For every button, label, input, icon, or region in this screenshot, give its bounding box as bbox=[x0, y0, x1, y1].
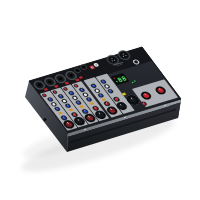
mixer-product-photo: 88 bbox=[0, 0, 200, 200]
trim-screw bbox=[124, 117, 126, 119]
trim-screw bbox=[84, 129, 86, 131]
trim-screw bbox=[164, 105, 166, 107]
headphone-jack-hole bbox=[43, 118, 47, 122]
